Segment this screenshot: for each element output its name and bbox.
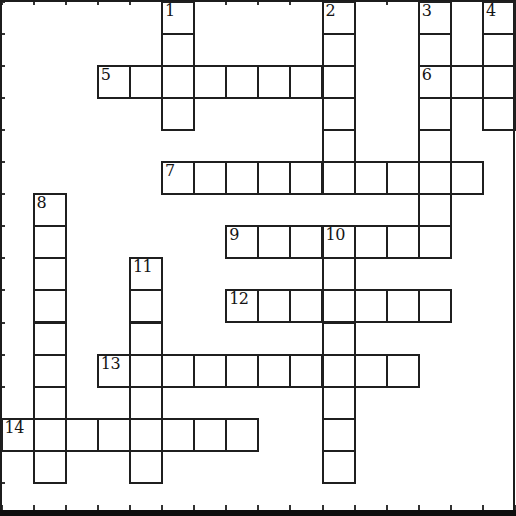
clue-number-5: 5: [101, 66, 111, 84]
cell-r0-c10[interactable]: 2: [322, 1, 356, 35]
clue-number-1: 1: [165, 2, 175, 20]
cell-r9-c7[interactable]: 12: [225, 289, 259, 323]
cell-r13-c10[interactable]: [322, 418, 356, 452]
cell-r11-c9[interactable]: [289, 354, 323, 388]
cell-r5-c6[interactable]: [193, 161, 227, 195]
cell-r0-c15[interactable]: 4: [482, 1, 516, 35]
cell-r9-c12[interactable]: [386, 289, 420, 323]
cell-r13-c5[interactable]: [161, 418, 195, 452]
cell-r9-c1[interactable]: [33, 289, 67, 323]
cell-r7-c11[interactable]: [354, 225, 388, 259]
cell-r13-c1[interactable]: [33, 418, 67, 452]
crossword-grid: 1234567891011121314: [0, 0, 516, 516]
cell-r1-c10[interactable]: [322, 33, 356, 67]
clue-number-10: 10: [326, 226, 345, 244]
cell-r5-c7[interactable]: [225, 161, 259, 195]
cell-r7-c13[interactable]: [418, 225, 452, 259]
clue-number-7: 7: [165, 162, 175, 180]
cell-r5-c8[interactable]: [257, 161, 291, 195]
cell-r1-c13[interactable]: [418, 33, 452, 67]
cell-r2-c5[interactable]: [161, 65, 195, 99]
cell-r3-c5[interactable]: [161, 97, 195, 131]
cell-r7-c9[interactable]: [289, 225, 323, 259]
clue-number-4: 4: [486, 2, 496, 20]
clue-number-6: 6: [422, 66, 432, 84]
cell-r2-c9[interactable]: [289, 65, 323, 99]
cell-r5-c14[interactable]: [450, 161, 484, 195]
cell-r7-c8[interactable]: [257, 225, 291, 259]
cell-r9-c4[interactable]: [129, 289, 163, 323]
clue-number-2: 2: [326, 2, 336, 20]
cell-r13-c2[interactable]: [65, 418, 99, 452]
clue-number-9: 9: [229, 226, 239, 244]
cell-r1-c15[interactable]: [482, 33, 516, 67]
cell-r7-c12[interactable]: [386, 225, 420, 259]
cell-r3-c13[interactable]: [418, 97, 452, 131]
cell-r4-c13[interactable]: [418, 129, 452, 163]
cell-r3-c15[interactable]: [482, 97, 516, 131]
cell-r3-c10[interactable]: [322, 97, 356, 131]
cell-r11-c5[interactable]: [161, 354, 195, 388]
cell-r2-c8[interactable]: [257, 65, 291, 99]
cell-r0-c5[interactable]: 1: [161, 1, 195, 35]
cell-r13-c4[interactable]: [129, 418, 163, 452]
cell-r12-c10[interactable]: [322, 386, 356, 420]
cell-r2-c7[interactable]: [225, 65, 259, 99]
cell-r1-c5[interactable]: [161, 33, 195, 67]
cell-r10-c1[interactable]: [33, 322, 67, 356]
cell-r8-c1[interactable]: [33, 257, 67, 291]
cell-r11-c4[interactable]: [129, 354, 163, 388]
clue-number-13: 13: [101, 355, 120, 373]
cell-r2-c4[interactable]: [129, 65, 163, 99]
cell-r14-c4[interactable]: [129, 450, 163, 484]
cell-r6-c1[interactable]: 8: [33, 193, 67, 227]
cell-r9-c9[interactable]: [289, 289, 323, 323]
cell-r9-c10[interactable]: [322, 289, 356, 323]
cell-r11-c6[interactable]: [193, 354, 227, 388]
cell-r2-c6[interactable]: [193, 65, 227, 99]
cell-r12-c4[interactable]: [129, 386, 163, 420]
cell-r14-c10[interactable]: [322, 450, 356, 484]
cell-r7-c10[interactable]: 10: [322, 225, 356, 259]
cell-r11-c1[interactable]: [33, 354, 67, 388]
cell-r4-c10[interactable]: [322, 129, 356, 163]
cell-r9-c11[interactable]: [354, 289, 388, 323]
clue-number-11: 11: [133, 258, 152, 276]
cell-r11-c12[interactable]: [386, 354, 420, 388]
cell-r7-c7[interactable]: 9: [225, 225, 259, 259]
cell-r5-c10[interactable]: [322, 161, 356, 195]
cell-r12-c1[interactable]: [33, 386, 67, 420]
cell-r7-c1[interactable]: [33, 225, 67, 259]
cell-r2-c14[interactable]: [450, 65, 484, 99]
cell-r13-c7[interactable]: [225, 418, 259, 452]
cell-r8-c10[interactable]: [322, 257, 356, 291]
cell-r13-c3[interactable]: [97, 418, 131, 452]
cell-r11-c8[interactable]: [257, 354, 291, 388]
cell-r5-c5[interactable]: 7: [161, 161, 195, 195]
cell-r11-c7[interactable]: [225, 354, 259, 388]
cell-r5-c12[interactable]: [386, 161, 420, 195]
cell-r13-c0[interactable]: 14: [1, 418, 35, 452]
cell-r14-c1[interactable]: [33, 450, 67, 484]
cell-r10-c10[interactable]: [322, 322, 356, 356]
cell-r9-c8[interactable]: [257, 289, 291, 323]
cell-r13-c6[interactable]: [193, 418, 227, 452]
cell-r2-c13[interactable]: 6: [418, 65, 452, 99]
cell-r6-c13[interactable]: [418, 193, 452, 227]
cell-r5-c9[interactable]: [289, 161, 323, 195]
cell-r2-c3[interactable]: 5: [97, 65, 131, 99]
frame-bottom-bar: [0, 510, 516, 516]
cell-r11-c3[interactable]: 13: [97, 354, 131, 388]
cell-r11-c10[interactable]: [322, 354, 356, 388]
cell-r5-c13[interactable]: [418, 161, 452, 195]
clue-number-3: 3: [422, 2, 432, 20]
cell-r2-c10[interactable]: [322, 65, 356, 99]
cell-r9-c13[interactable]: [418, 289, 452, 323]
cell-r5-c11[interactable]: [354, 161, 388, 195]
cell-r8-c4[interactable]: 11: [129, 257, 163, 291]
clue-number-8: 8: [37, 194, 47, 212]
cell-r10-c4[interactable]: [129, 322, 163, 356]
cell-r2-c15[interactable]: [482, 65, 516, 99]
cell-r0-c13[interactable]: 3: [418, 1, 452, 35]
clue-number-14: 14: [5, 419, 24, 437]
clue-number-12: 12: [229, 290, 248, 308]
cell-r11-c11[interactable]: [354, 354, 388, 388]
